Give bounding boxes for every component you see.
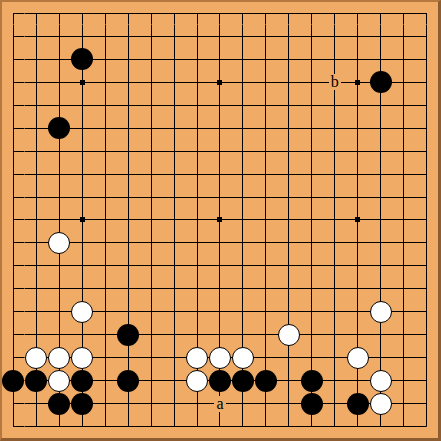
intersection-F8[interactable] — [117, 254, 140, 277]
intersection-L11[interactable] — [231, 186, 254, 209]
intersection-H14[interactable] — [163, 117, 186, 140]
intersection-T14[interactable] — [415, 117, 438, 140]
intersection-T10[interactable] — [415, 209, 438, 232]
intersection-E17[interactable] — [94, 48, 117, 71]
intersection-T19[interactable] — [415, 2, 438, 25]
intersection-C18[interactable] — [48, 25, 71, 48]
intersection-A3[interactable] — [2, 369, 25, 392]
intersection-J13[interactable] — [186, 140, 209, 163]
intersection-Q11[interactable] — [346, 186, 369, 209]
intersection-G5[interactable] — [140, 323, 163, 346]
intersection-T15[interactable] — [415, 94, 438, 117]
intersection-Q8[interactable] — [346, 254, 369, 277]
intersection-L15[interactable] — [231, 94, 254, 117]
intersection-M3[interactable] — [254, 369, 277, 392]
intersection-M5[interactable] — [254, 323, 277, 346]
intersection-S4[interactable] — [392, 346, 415, 369]
intersection-J14[interactable] — [186, 117, 209, 140]
intersection-F15[interactable] — [117, 94, 140, 117]
intersection-S10[interactable] — [392, 209, 415, 232]
intersection-A11[interactable] — [2, 186, 25, 209]
intersection-L12[interactable] — [231, 163, 254, 186]
intersection-K8[interactable] — [209, 254, 232, 277]
intersection-J5[interactable] — [186, 323, 209, 346]
intersection-O1[interactable] — [300, 415, 323, 438]
intersection-S13[interactable] — [392, 140, 415, 163]
intersection-F16[interactable] — [117, 71, 140, 94]
intersection-G17[interactable] — [140, 48, 163, 71]
intersection-K11[interactable] — [209, 186, 232, 209]
intersection-N12[interactable] — [277, 163, 300, 186]
intersection-O15[interactable] — [300, 94, 323, 117]
intersection-A14[interactable] — [2, 117, 25, 140]
intersection-H13[interactable] — [163, 140, 186, 163]
intersection-R4[interactable] — [369, 346, 392, 369]
intersection-J4[interactable] — [186, 346, 209, 369]
intersection-N6[interactable] — [277, 300, 300, 323]
intersection-M7[interactable] — [254, 277, 277, 300]
intersection-A12[interactable] — [2, 163, 25, 186]
intersection-J2[interactable] — [186, 392, 209, 415]
intersection-S11[interactable] — [392, 186, 415, 209]
intersection-L14[interactable] — [231, 117, 254, 140]
intersection-T7[interactable] — [415, 277, 438, 300]
intersection-S6[interactable] — [392, 300, 415, 323]
intersection-D12[interactable] — [71, 163, 94, 186]
intersection-N18[interactable] — [277, 25, 300, 48]
intersection-G14[interactable] — [140, 117, 163, 140]
intersection-L18[interactable] — [231, 25, 254, 48]
intersection-H7[interactable] — [163, 277, 186, 300]
intersection-M1[interactable] — [254, 415, 277, 438]
intersection-O18[interactable] — [300, 25, 323, 48]
intersection-P13[interactable] — [323, 140, 346, 163]
intersection-F17[interactable] — [117, 48, 140, 71]
intersection-D9[interactable] — [71, 231, 94, 254]
intersection-A17[interactable] — [2, 48, 25, 71]
intersection-L5[interactable] — [231, 323, 254, 346]
intersection-G9[interactable] — [140, 231, 163, 254]
intersection-R15[interactable] — [369, 94, 392, 117]
intersection-T4[interactable] — [415, 346, 438, 369]
intersection-K12[interactable] — [209, 163, 232, 186]
intersection-C17[interactable] — [48, 48, 71, 71]
intersection-D14[interactable] — [71, 117, 94, 140]
intersection-L7[interactable] — [231, 277, 254, 300]
intersection-C8[interactable] — [48, 254, 71, 277]
intersection-F11[interactable] — [117, 186, 140, 209]
intersection-B13[interactable] — [25, 140, 48, 163]
intersection-T1[interactable] — [415, 415, 438, 438]
intersection-F19[interactable] — [117, 2, 140, 25]
intersection-B4[interactable] — [25, 346, 48, 369]
intersection-E2[interactable] — [94, 392, 117, 415]
intersection-G13[interactable] — [140, 140, 163, 163]
intersection-D13[interactable] — [71, 140, 94, 163]
intersection-K1[interactable] — [209, 415, 232, 438]
intersection-T3[interactable] — [415, 369, 438, 392]
intersection-J16[interactable] — [186, 71, 209, 94]
intersection-G19[interactable] — [140, 2, 163, 25]
intersection-L9[interactable] — [231, 231, 254, 254]
intersection-P16[interactable]: b — [323, 71, 346, 94]
intersection-F6[interactable] — [117, 300, 140, 323]
intersection-O17[interactable] — [300, 48, 323, 71]
intersection-K19[interactable] — [209, 2, 232, 25]
intersection-C6[interactable] — [48, 300, 71, 323]
intersection-N1[interactable] — [277, 415, 300, 438]
intersection-B17[interactable] — [25, 48, 48, 71]
intersection-L4[interactable] — [231, 346, 254, 369]
intersection-G7[interactable] — [140, 277, 163, 300]
intersection-O14[interactable] — [300, 117, 323, 140]
intersection-Q2[interactable] — [346, 392, 369, 415]
intersection-F5[interactable] — [117, 323, 140, 346]
intersection-K16[interactable] — [209, 71, 232, 94]
intersection-A7[interactable] — [2, 277, 25, 300]
intersection-P15[interactable] — [323, 94, 346, 117]
intersection-S5[interactable] — [392, 323, 415, 346]
intersection-Q5[interactable] — [346, 323, 369, 346]
intersection-S3[interactable] — [392, 369, 415, 392]
intersection-K2[interactable]: a — [209, 392, 232, 415]
intersection-C12[interactable] — [48, 163, 71, 186]
intersection-L3[interactable] — [231, 369, 254, 392]
intersection-B10[interactable] — [25, 209, 48, 232]
intersection-O4[interactable] — [300, 346, 323, 369]
intersection-B1[interactable] — [25, 415, 48, 438]
intersection-D15[interactable] — [71, 94, 94, 117]
intersection-Q16[interactable] — [346, 71, 369, 94]
intersection-Q7[interactable] — [346, 277, 369, 300]
intersection-C9[interactable] — [48, 231, 71, 254]
intersection-E5[interactable] — [94, 323, 117, 346]
intersection-D2[interactable] — [71, 392, 94, 415]
intersection-A5[interactable] — [2, 323, 25, 346]
intersection-P17[interactable] — [323, 48, 346, 71]
intersection-H9[interactable] — [163, 231, 186, 254]
intersection-C5[interactable] — [48, 323, 71, 346]
intersection-N13[interactable] — [277, 140, 300, 163]
intersection-L6[interactable] — [231, 300, 254, 323]
intersection-Q4[interactable] — [346, 346, 369, 369]
intersection-P2[interactable] — [323, 392, 346, 415]
intersection-M16[interactable] — [254, 71, 277, 94]
intersection-P4[interactable] — [323, 346, 346, 369]
intersection-R11[interactable] — [369, 186, 392, 209]
intersection-C11[interactable] — [48, 186, 71, 209]
intersection-H11[interactable] — [163, 186, 186, 209]
intersection-F2[interactable] — [117, 392, 140, 415]
intersection-E18[interactable] — [94, 25, 117, 48]
intersection-R12[interactable] — [369, 163, 392, 186]
intersection-D10[interactable] — [71, 209, 94, 232]
intersection-K17[interactable] — [209, 48, 232, 71]
intersection-N16[interactable] — [277, 71, 300, 94]
intersection-R9[interactable] — [369, 231, 392, 254]
intersection-H3[interactable] — [163, 369, 186, 392]
intersection-H16[interactable] — [163, 71, 186, 94]
intersection-A2[interactable] — [2, 392, 25, 415]
intersection-A15[interactable] — [2, 94, 25, 117]
intersection-C4[interactable] — [48, 346, 71, 369]
intersection-S15[interactable] — [392, 94, 415, 117]
intersection-H5[interactable] — [163, 323, 186, 346]
intersection-G16[interactable] — [140, 71, 163, 94]
intersection-O9[interactable] — [300, 231, 323, 254]
intersection-K5[interactable] — [209, 323, 232, 346]
intersection-G1[interactable] — [140, 415, 163, 438]
intersection-H1[interactable] — [163, 415, 186, 438]
intersection-D16[interactable] — [71, 71, 94, 94]
intersection-A6[interactable] — [2, 300, 25, 323]
intersection-O16[interactable] — [300, 71, 323, 94]
intersection-R19[interactable] — [369, 2, 392, 25]
intersection-S8[interactable] — [392, 254, 415, 277]
intersection-A8[interactable] — [2, 254, 25, 277]
intersection-O7[interactable] — [300, 277, 323, 300]
intersection-H6[interactable] — [163, 300, 186, 323]
intersection-C19[interactable] — [48, 2, 71, 25]
intersection-R16[interactable] — [369, 71, 392, 94]
intersection-E14[interactable] — [94, 117, 117, 140]
intersection-M15[interactable] — [254, 94, 277, 117]
intersection-Q3[interactable] — [346, 369, 369, 392]
intersection-G15[interactable] — [140, 94, 163, 117]
intersection-C2[interactable] — [48, 392, 71, 415]
intersection-G6[interactable] — [140, 300, 163, 323]
intersection-T11[interactable] — [415, 186, 438, 209]
intersection-G4[interactable] — [140, 346, 163, 369]
intersection-D3[interactable] — [71, 369, 94, 392]
intersection-P12[interactable] — [323, 163, 346, 186]
intersection-N2[interactable] — [277, 392, 300, 415]
intersection-D1[interactable] — [71, 415, 94, 438]
intersection-D19[interactable] — [71, 2, 94, 25]
intersection-D5[interactable] — [71, 323, 94, 346]
intersection-G8[interactable] — [140, 254, 163, 277]
intersection-N7[interactable] — [277, 277, 300, 300]
intersection-S16[interactable] — [392, 71, 415, 94]
intersection-S19[interactable] — [392, 2, 415, 25]
intersection-R7[interactable] — [369, 277, 392, 300]
intersection-L13[interactable] — [231, 140, 254, 163]
intersection-B18[interactable] — [25, 25, 48, 48]
intersection-Q9[interactable] — [346, 231, 369, 254]
intersection-O5[interactable] — [300, 323, 323, 346]
intersection-P8[interactable] — [323, 254, 346, 277]
intersection-R18[interactable] — [369, 25, 392, 48]
intersection-P1[interactable] — [323, 415, 346, 438]
intersection-T13[interactable] — [415, 140, 438, 163]
intersection-F10[interactable] — [117, 209, 140, 232]
intersection-N15[interactable] — [277, 94, 300, 117]
intersection-N3[interactable] — [277, 369, 300, 392]
intersection-M12[interactable] — [254, 163, 277, 186]
intersection-F9[interactable] — [117, 231, 140, 254]
intersection-L1[interactable] — [231, 415, 254, 438]
intersection-Q18[interactable] — [346, 25, 369, 48]
intersection-Q6[interactable] — [346, 300, 369, 323]
intersection-B14[interactable] — [25, 117, 48, 140]
intersection-N11[interactable] — [277, 186, 300, 209]
intersection-S14[interactable] — [392, 117, 415, 140]
intersection-T18[interactable] — [415, 25, 438, 48]
intersection-B7[interactable] — [25, 277, 48, 300]
intersection-P5[interactable] — [323, 323, 346, 346]
intersection-E11[interactable] — [94, 186, 117, 209]
intersection-P9[interactable] — [323, 231, 346, 254]
intersection-F7[interactable] — [117, 277, 140, 300]
intersection-J10[interactable] — [186, 209, 209, 232]
intersection-J8[interactable] — [186, 254, 209, 277]
intersection-P3[interactable] — [323, 369, 346, 392]
intersection-H4[interactable] — [163, 346, 186, 369]
intersection-M17[interactable] — [254, 48, 277, 71]
intersection-N17[interactable] — [277, 48, 300, 71]
intersection-R6[interactable] — [369, 300, 392, 323]
intersection-M8[interactable] — [254, 254, 277, 277]
intersection-Q1[interactable] — [346, 415, 369, 438]
intersection-A1[interactable] — [2, 415, 25, 438]
intersection-E12[interactable] — [94, 163, 117, 186]
intersection-E16[interactable] — [94, 71, 117, 94]
intersection-N8[interactable] — [277, 254, 300, 277]
intersection-E10[interactable] — [94, 209, 117, 232]
intersection-M2[interactable] — [254, 392, 277, 415]
intersection-S9[interactable] — [392, 231, 415, 254]
intersection-E8[interactable] — [94, 254, 117, 277]
intersection-O13[interactable] — [300, 140, 323, 163]
intersection-L10[interactable] — [231, 209, 254, 232]
intersection-B6[interactable] — [25, 300, 48, 323]
intersection-E9[interactable] — [94, 231, 117, 254]
intersection-R1[interactable] — [369, 415, 392, 438]
intersection-L19[interactable] — [231, 2, 254, 25]
intersection-H18[interactable] — [163, 25, 186, 48]
intersection-O3[interactable] — [300, 369, 323, 392]
intersection-O2[interactable] — [300, 392, 323, 415]
intersection-J3[interactable] — [186, 369, 209, 392]
intersection-E1[interactable] — [94, 415, 117, 438]
intersection-Q10[interactable] — [346, 209, 369, 232]
intersection-D8[interactable] — [71, 254, 94, 277]
intersection-R17[interactable] — [369, 48, 392, 71]
intersection-N14[interactable] — [277, 117, 300, 140]
intersection-F18[interactable] — [117, 25, 140, 48]
intersection-L8[interactable] — [231, 254, 254, 277]
intersection-C7[interactable] — [48, 277, 71, 300]
intersection-H2[interactable] — [163, 392, 186, 415]
intersection-A9[interactable] — [2, 231, 25, 254]
intersection-Q14[interactable] — [346, 117, 369, 140]
intersection-K13[interactable] — [209, 140, 232, 163]
intersection-E13[interactable] — [94, 140, 117, 163]
intersection-M10[interactable] — [254, 209, 277, 232]
intersection-K6[interactable] — [209, 300, 232, 323]
intersection-S12[interactable] — [392, 163, 415, 186]
intersection-K4[interactable] — [209, 346, 232, 369]
intersection-J7[interactable] — [186, 277, 209, 300]
intersection-P14[interactable] — [323, 117, 346, 140]
intersection-P6[interactable] — [323, 300, 346, 323]
intersection-N10[interactable] — [277, 209, 300, 232]
intersection-E3[interactable] — [94, 369, 117, 392]
intersection-G12[interactable] — [140, 163, 163, 186]
intersection-J12[interactable] — [186, 163, 209, 186]
intersection-T5[interactable] — [415, 323, 438, 346]
intersection-O11[interactable] — [300, 186, 323, 209]
intersection-B12[interactable] — [25, 163, 48, 186]
intersection-K7[interactable] — [209, 277, 232, 300]
intersection-P11[interactable] — [323, 186, 346, 209]
intersection-R10[interactable] — [369, 209, 392, 232]
intersection-B15[interactable] — [25, 94, 48, 117]
intersection-B19[interactable] — [25, 2, 48, 25]
intersection-T6[interactable] — [415, 300, 438, 323]
intersection-G3[interactable] — [140, 369, 163, 392]
intersection-F3[interactable] — [117, 369, 140, 392]
intersection-F13[interactable] — [117, 140, 140, 163]
intersection-A19[interactable] — [2, 2, 25, 25]
intersection-O10[interactable] — [300, 209, 323, 232]
intersection-A16[interactable] — [2, 71, 25, 94]
intersection-J19[interactable] — [186, 2, 209, 25]
intersection-K15[interactable] — [209, 94, 232, 117]
intersection-K14[interactable] — [209, 117, 232, 140]
intersection-E4[interactable] — [94, 346, 117, 369]
intersection-L16[interactable] — [231, 71, 254, 94]
intersection-Q15[interactable] — [346, 94, 369, 117]
intersection-M9[interactable] — [254, 231, 277, 254]
intersection-O8[interactable] — [300, 254, 323, 277]
intersection-R2[interactable] — [369, 392, 392, 415]
intersection-T8[interactable] — [415, 254, 438, 277]
intersection-Q12[interactable] — [346, 163, 369, 186]
intersection-D6[interactable] — [71, 300, 94, 323]
intersection-K3[interactable] — [209, 369, 232, 392]
intersection-O19[interactable] — [300, 2, 323, 25]
intersection-Q13[interactable] — [346, 140, 369, 163]
intersection-G11[interactable] — [140, 186, 163, 209]
intersection-B3[interactable] — [25, 369, 48, 392]
intersection-B2[interactable] — [25, 392, 48, 415]
intersection-T16[interactable] — [415, 71, 438, 94]
intersection-H15[interactable] — [163, 94, 186, 117]
intersection-N5[interactable] — [277, 323, 300, 346]
intersection-N9[interactable] — [277, 231, 300, 254]
intersection-C15[interactable] — [48, 94, 71, 117]
intersection-B9[interactable] — [25, 231, 48, 254]
intersection-T12[interactable] — [415, 163, 438, 186]
intersection-H8[interactable] — [163, 254, 186, 277]
intersection-E19[interactable] — [94, 2, 117, 25]
intersection-G10[interactable] — [140, 209, 163, 232]
intersection-P19[interactable] — [323, 2, 346, 25]
intersection-A13[interactable] — [2, 140, 25, 163]
intersection-F14[interactable] — [117, 117, 140, 140]
intersection-A18[interactable] — [2, 25, 25, 48]
intersection-A4[interactable] — [2, 346, 25, 369]
intersection-C16[interactable] — [48, 71, 71, 94]
intersection-K9[interactable] — [209, 231, 232, 254]
intersection-D17[interactable] — [71, 48, 94, 71]
intersection-O6[interactable] — [300, 300, 323, 323]
intersection-Q19[interactable] — [346, 2, 369, 25]
intersection-M13[interactable] — [254, 140, 277, 163]
intersection-F12[interactable] — [117, 163, 140, 186]
intersection-S1[interactable] — [392, 415, 415, 438]
